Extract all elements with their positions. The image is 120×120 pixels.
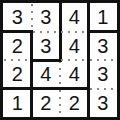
grid-cell[interactable]: 2 [32, 89, 61, 118]
cell-number: 1 [12, 93, 23, 113]
cell-number: 2 [12, 36, 23, 56]
cell-number: 3 [97, 36, 108, 56]
grid-cell[interactable]: 3 [89, 60, 118, 89]
cell-number: 1 [97, 7, 108, 27]
grid-cell[interactable]: 2 [3, 60, 32, 89]
grid-cell[interactable]: 4 [60, 32, 89, 61]
cell-number: 3 [97, 93, 108, 113]
cell-number: 2 [69, 93, 80, 113]
cell-number: 4 [69, 36, 80, 56]
cell-number: 4 [69, 7, 80, 27]
grid: 3341234324431223 [3, 3, 117, 117]
grid-cell[interactable]: 3 [3, 3, 32, 32]
grid-cell[interactable]: 4 [32, 60, 61, 89]
grid-cell[interactable]: 4 [60, 60, 89, 89]
grid-cell[interactable]: 4 [60, 3, 89, 32]
grid-cell[interactable]: 3 [89, 89, 118, 118]
cell-number: 3 [97, 64, 108, 84]
cell-number: 4 [69, 64, 80, 84]
cell-number: 2 [40, 93, 51, 113]
grid-cell[interactable]: 2 [60, 89, 89, 118]
cell-number: 3 [40, 36, 51, 56]
grid-cell[interactable]: 1 [89, 3, 118, 32]
grid-cell[interactable]: 3 [32, 3, 61, 32]
grid-cell[interactable]: 3 [89, 32, 118, 61]
cell-number: 3 [40, 7, 51, 27]
grid-cell[interactable]: 3 [32, 32, 61, 61]
fillomino-board: 3341234324431223 [0, 0, 120, 120]
grid-cell[interactable]: 1 [3, 89, 32, 118]
cell-number: 2 [12, 64, 23, 84]
cell-number: 3 [12, 7, 23, 27]
cell-number: 4 [40, 64, 51, 84]
grid-cell[interactable]: 2 [3, 32, 32, 61]
